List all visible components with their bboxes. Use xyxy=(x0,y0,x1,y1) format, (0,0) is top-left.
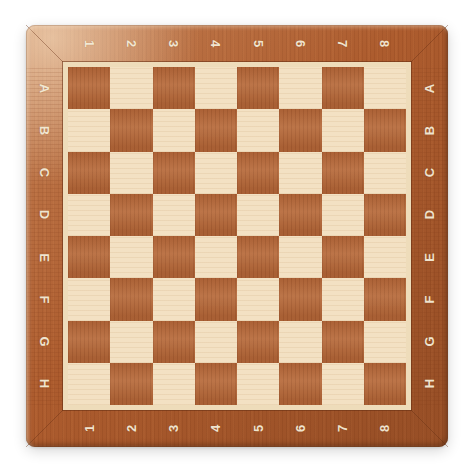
rank-label-left-C: C xyxy=(37,168,52,177)
square-A7[interactable] xyxy=(322,67,364,109)
square-G7[interactable] xyxy=(322,321,364,363)
square-A4[interactable] xyxy=(195,67,237,109)
rank-label-left-cell: C xyxy=(26,152,63,194)
square-G5[interactable] xyxy=(237,321,279,363)
rank-label-left-cell: F xyxy=(26,278,63,320)
square-G2[interactable] xyxy=(110,321,152,363)
file-label-top-cell: 4 xyxy=(195,25,237,62)
square-C2[interactable] xyxy=(110,152,152,194)
file-label-top-2: 2 xyxy=(124,40,139,47)
file-label-bottom-cell: 2 xyxy=(110,410,152,447)
square-B2[interactable] xyxy=(110,109,152,151)
file-label-bottom-3: 3 xyxy=(166,425,181,432)
square-F5[interactable] xyxy=(237,278,279,320)
square-E1[interactable] xyxy=(68,236,110,278)
file-label-bottom-2: 2 xyxy=(124,425,139,432)
square-grid xyxy=(68,67,406,405)
square-G3[interactable] xyxy=(153,321,195,363)
rank-labels-left: ABCDEFGH xyxy=(26,67,63,405)
square-B8[interactable] xyxy=(364,109,406,151)
photo-background: 12345678 12345678 ABCDEFGH ABCDEFGH xyxy=(0,0,474,474)
file-labels-top: 12345678 xyxy=(68,25,406,62)
file-label-top-4: 4 xyxy=(208,40,223,47)
square-H4[interactable] xyxy=(195,363,237,405)
square-B3[interactable] xyxy=(153,109,195,151)
square-G1[interactable] xyxy=(68,321,110,363)
file-label-top-6: 6 xyxy=(293,40,308,47)
rank-label-right-B: B xyxy=(422,126,437,135)
file-label-bottom-7: 7 xyxy=(335,425,350,432)
file-label-bottom-cell: 6 xyxy=(279,410,321,447)
rank-label-right-H: H xyxy=(422,379,437,388)
rank-label-right-cell: A xyxy=(411,67,448,109)
square-B5[interactable] xyxy=(237,109,279,151)
file-labels-bottom: 12345678 xyxy=(68,410,406,447)
square-E6[interactable] xyxy=(279,236,321,278)
miter-seam-bottom-left xyxy=(26,405,68,447)
rank-label-left-F: F xyxy=(37,295,52,303)
rank-label-right-F: F xyxy=(422,295,437,303)
rank-label-right-D: D xyxy=(422,210,437,219)
file-label-top-cell: 2 xyxy=(110,25,152,62)
square-C3[interactable] xyxy=(153,152,195,194)
rank-label-left-D: D xyxy=(37,210,52,219)
rank-label-left-A: A xyxy=(37,83,52,92)
rank-label-left-cell: H xyxy=(26,363,63,405)
square-F3[interactable] xyxy=(153,278,195,320)
miter-seam-top-left xyxy=(26,25,68,67)
rank-label-right-cell: E xyxy=(411,236,448,278)
rank-label-left-B: B xyxy=(37,126,52,135)
file-label-bottom-cell: 1 xyxy=(68,410,110,447)
file-label-top-1: 1 xyxy=(82,40,97,47)
file-label-top-cell: 7 xyxy=(322,25,364,62)
rank-label-left-cell: A xyxy=(26,67,63,109)
square-C1[interactable] xyxy=(68,152,110,194)
playing-field xyxy=(63,62,411,410)
rank-label-left-G: G xyxy=(37,337,52,347)
rank-label-left-cell: E xyxy=(26,236,63,278)
square-A1[interactable] xyxy=(68,67,110,109)
square-B7[interactable] xyxy=(322,109,364,151)
square-C5[interactable] xyxy=(237,152,279,194)
file-label-bottom-5: 5 xyxy=(251,425,266,432)
rank-label-right-cell: F xyxy=(411,278,448,320)
square-C7[interactable] xyxy=(322,152,364,194)
square-H3[interactable] xyxy=(153,363,195,405)
square-F1[interactable] xyxy=(68,278,110,320)
rank-label-left-cell: D xyxy=(26,194,63,236)
square-A3[interactable] xyxy=(153,67,195,109)
square-H2[interactable] xyxy=(110,363,152,405)
square-H5[interactable] xyxy=(237,363,279,405)
miter-seam-top-right xyxy=(406,25,448,67)
file-label-top-cell: 5 xyxy=(237,25,279,62)
file-label-bottom-1: 1 xyxy=(82,425,97,432)
square-G4[interactable] xyxy=(195,321,237,363)
rank-label-right-cell: C xyxy=(411,152,448,194)
square-D2[interactable] xyxy=(110,194,152,236)
square-C4[interactable] xyxy=(195,152,237,194)
square-F4[interactable] xyxy=(195,278,237,320)
file-label-top-cell: 3 xyxy=(153,25,195,62)
square-A5[interactable] xyxy=(237,67,279,109)
file-label-bottom-cell: 5 xyxy=(237,410,279,447)
square-D7[interactable] xyxy=(322,194,364,236)
file-label-bottom-4: 4 xyxy=(208,425,223,432)
square-A2[interactable] xyxy=(110,67,152,109)
rank-label-left-E: E xyxy=(37,253,52,262)
square-A6[interactable] xyxy=(279,67,321,109)
rank-label-right-cell: B xyxy=(411,109,448,151)
file-label-bottom-cell: 7 xyxy=(322,410,364,447)
square-E2[interactable] xyxy=(110,236,152,278)
rank-label-right-C: C xyxy=(422,168,437,177)
square-C8[interactable] xyxy=(364,152,406,194)
file-label-top-7: 7 xyxy=(335,40,350,47)
square-D3[interactable] xyxy=(153,194,195,236)
square-F2[interactable] xyxy=(110,278,152,320)
miter-seam-bottom-right xyxy=(406,405,448,447)
file-label-bottom-cell: 3 xyxy=(153,410,195,447)
square-H7[interactable] xyxy=(322,363,364,405)
rank-labels-right: ABCDEFGH xyxy=(411,67,448,405)
square-B1[interactable] xyxy=(68,109,110,151)
square-A8[interactable] xyxy=(364,67,406,109)
square-E8[interactable] xyxy=(364,236,406,278)
square-E7[interactable] xyxy=(322,236,364,278)
square-C6[interactable] xyxy=(279,152,321,194)
file-label-bottom-cell: 4 xyxy=(195,410,237,447)
rank-label-left-cell: G xyxy=(26,321,63,363)
chess-board: 12345678 12345678 ABCDEFGH ABCDEFGH xyxy=(26,25,448,447)
rank-label-right-cell: G xyxy=(411,321,448,363)
file-label-bottom-cell: 8 xyxy=(364,410,406,447)
file-label-top-8: 8 xyxy=(377,40,392,47)
file-label-top-3: 3 xyxy=(166,40,181,47)
file-label-bottom-6: 6 xyxy=(293,425,308,432)
square-F8[interactable] xyxy=(364,278,406,320)
square-F7[interactable] xyxy=(322,278,364,320)
square-F6[interactable] xyxy=(279,278,321,320)
square-H8[interactable] xyxy=(364,363,406,405)
square-E3[interactable] xyxy=(153,236,195,278)
file-label-top-5: 5 xyxy=(251,40,266,47)
rank-label-right-G: G xyxy=(422,337,437,347)
file-label-top-cell: 1 xyxy=(68,25,110,62)
square-B6[interactable] xyxy=(279,109,321,151)
square-G8[interactable] xyxy=(364,321,406,363)
file-label-top-cell: 6 xyxy=(279,25,321,62)
file-label-top-cell: 8 xyxy=(364,25,406,62)
square-E4[interactable] xyxy=(195,236,237,278)
square-G6[interactable] xyxy=(279,321,321,363)
square-H6[interactable] xyxy=(279,363,321,405)
file-label-bottom-8: 8 xyxy=(377,425,392,432)
rank-label-left-cell: B xyxy=(26,109,63,151)
square-D6[interactable] xyxy=(279,194,321,236)
rank-label-left-H: H xyxy=(37,379,52,388)
rank-label-right-cell: H xyxy=(411,363,448,405)
square-D5[interactable] xyxy=(237,194,279,236)
rank-label-right-cell: D xyxy=(411,194,448,236)
square-D4[interactable] xyxy=(195,194,237,236)
rank-label-right-E: E xyxy=(422,253,437,262)
rank-label-right-A: A xyxy=(422,83,437,92)
square-D1[interactable] xyxy=(68,194,110,236)
square-H1[interactable] xyxy=(68,363,110,405)
square-B4[interactable] xyxy=(195,109,237,151)
square-E5[interactable] xyxy=(237,236,279,278)
square-D8[interactable] xyxy=(364,194,406,236)
